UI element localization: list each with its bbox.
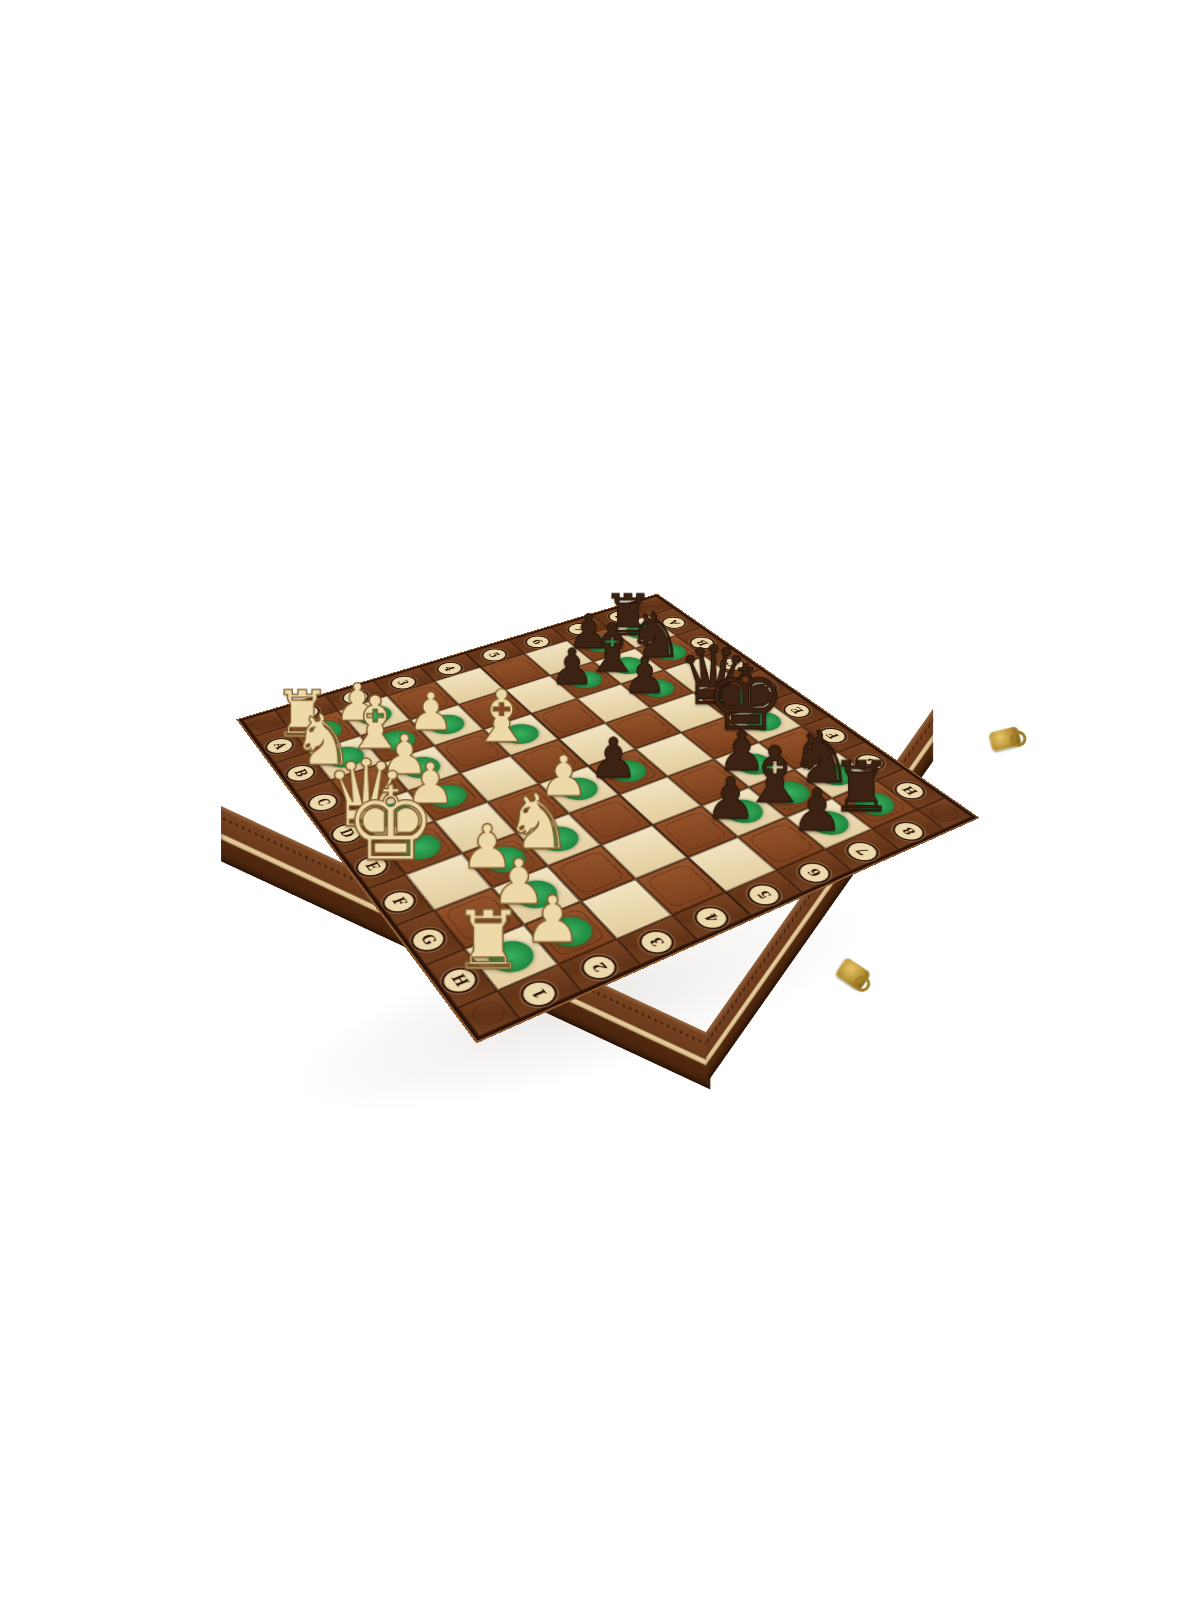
white-king-glyph: ♚ (344, 775, 436, 873)
product-photo-scene: ABCDEFGH8♜♞♛♚♞♜87♟♝♟♟♝♟76♟♟65♟54♝♟43♟♞32… (0, 0, 1200, 1600)
black-pawn-glyph: ♟ (622, 652, 667, 700)
coordinate-label-text: 4 (687, 902, 734, 933)
brass-clasp-icon (988, 726, 1022, 753)
black-pawn-glyph: ♟ (549, 643, 593, 690)
coordinate-label-text: F (377, 887, 422, 917)
black-pawn-glyph: ♟ (588, 732, 637, 784)
coordinate-label-text: 8 (886, 818, 931, 844)
bezel-corner (917, 798, 972, 829)
coordinate-label-text: 6 (791, 858, 837, 887)
black-pawn-glyph: ♟ (790, 783, 842, 838)
coordinate-label-text: 7 (839, 838, 884, 865)
white-pawn-glyph: ♟ (523, 889, 581, 951)
black-pawn-glyph: ♟ (704, 771, 756, 826)
coordinate-label-text: G (406, 923, 452, 955)
white-rook-glyph: ♜ (452, 903, 525, 980)
coordinate-label-text: 5 (740, 880, 787, 910)
white-bishop-glyph: ♝ (468, 682, 533, 751)
